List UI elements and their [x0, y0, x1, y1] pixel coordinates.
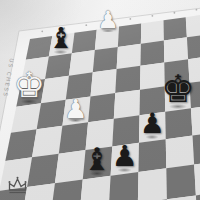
- border-tick: [196, 9, 198, 11]
- board-square-h7[interactable]: [187, 34, 200, 59]
- board-square-g3[interactable]: [166, 136, 194, 169]
- black-pawn-e3[interactable]: ♟: [110, 142, 139, 171]
- black-pawn-f4[interactable]: ♟: [138, 110, 166, 138]
- board-square-d7[interactable]: [93, 47, 118, 72]
- black-bishop-b8[interactable]: ♝: [46, 24, 75, 53]
- border-tick: [129, 18, 131, 20]
- board-square-b7[interactable]: [45, 53, 72, 79]
- white-king-a6[interactable]: ♚: [12, 68, 47, 103]
- board-square-f7[interactable]: [140, 40, 164, 65]
- board-square-f2[interactable]: [138, 168, 167, 200]
- board-square-h8[interactable]: [186, 14, 200, 37]
- board-square-c8[interactable]: [72, 30, 97, 54]
- board-square-d2[interactable]: [80, 176, 111, 200]
- board-square-b4[interactable]: [32, 126, 62, 157]
- white-pawn-c5[interactable]: ♟: [63, 96, 89, 122]
- board-square-g7[interactable]: [164, 37, 188, 62]
- board-square-f8[interactable]: [141, 20, 164, 43]
- board-square-e8[interactable]: [118, 23, 141, 47]
- board-square-e7[interactable]: [117, 44, 141, 69]
- board-square-g4[interactable]: [165, 108, 192, 139]
- board-square-b3[interactable]: [27, 154, 59, 187]
- board-square-e6[interactable]: [115, 66, 140, 93]
- border-tick: [85, 24, 87, 26]
- board-square-d5[interactable]: [88, 93, 115, 122]
- board-square-g8[interactable]: [164, 17, 187, 40]
- board-square-d6[interactable]: [91, 69, 117, 96]
- board-square-g2[interactable]: [166, 165, 196, 200]
- board-photo-scene: US CHESS ♝♟♚♟♚♟♝♟: [0, 0, 200, 200]
- white-pawn-offboard[interactable]: ♟: [96, 8, 120, 32]
- border-tick: [174, 12, 176, 14]
- black-bishop-d3[interactable]: ♝: [82, 144, 113, 175]
- board-square-e5[interactable]: [114, 90, 140, 119]
- border-tick: [151, 15, 153, 17]
- board-square-e2[interactable]: [109, 172, 139, 200]
- black-king-g5[interactable]: ♚: [159, 70, 197, 108]
- border-tick: [41, 30, 43, 32]
- board-square-f3[interactable]: [138, 139, 166, 172]
